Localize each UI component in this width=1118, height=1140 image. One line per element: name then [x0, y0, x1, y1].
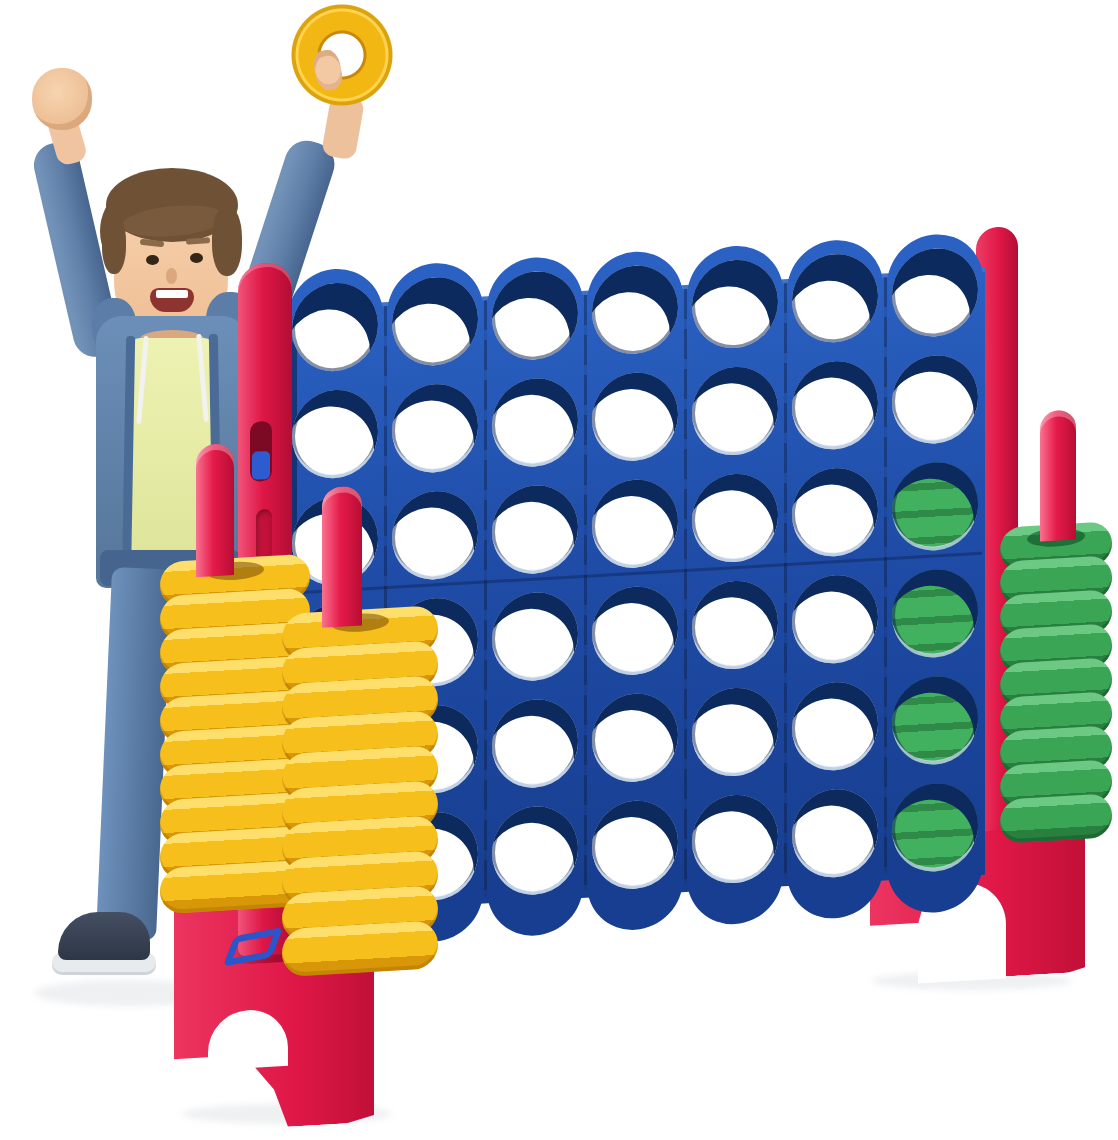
board-hole-r2c1	[292, 387, 378, 480]
connect-four-game-set	[0, 0, 1118, 1140]
ring-storage-post-center	[322, 486, 362, 628]
board-hole-r1c1	[292, 280, 378, 373]
board-divider-2	[484, 300, 487, 896]
ring-storage-post-left	[196, 443, 234, 577]
board-hole-r2c7	[892, 353, 978, 446]
board-hole-r5c3	[492, 697, 578, 790]
board-hole-r6c6	[792, 786, 878, 879]
blue-latch-top	[252, 451, 270, 480]
green-ring	[1000, 793, 1112, 843]
board-hole-r4c6	[792, 572, 878, 665]
board-hole-r6c4	[592, 798, 678, 891]
board-hole-r3c4	[592, 477, 678, 570]
board-hole-r5c5	[692, 685, 778, 778]
board-hole-r3c7	[892, 460, 978, 553]
board-hole-r3c2	[392, 488, 478, 581]
board-divider-6	[884, 277, 887, 873]
board-hole-r3c5	[692, 471, 778, 564]
board-hole-r1c4	[592, 263, 678, 356]
board-hole-r3c6	[792, 465, 878, 558]
board-hole-r5c6	[792, 679, 878, 772]
board-hole-r4c4	[592, 584, 678, 677]
board-hole-r6c7	[892, 781, 978, 874]
yellow-ring-stack-center	[282, 605, 438, 977]
board-hole-r2c3	[492, 376, 578, 469]
board-hole-r3c3	[492, 483, 578, 576]
ring-storage-post-right	[1040, 409, 1076, 541]
board-hole-r2c2	[392, 381, 478, 474]
board-divider-4	[684, 289, 687, 885]
board-hole-r1c7	[892, 246, 978, 339]
board-hole-r4c3	[492, 590, 578, 683]
board-hole-r6c3	[492, 804, 578, 897]
board-divider-3	[584, 295, 587, 891]
yellow-ring	[282, 920, 438, 977]
product-photo-scene	[0, 0, 1118, 1140]
board-hole-r1c2	[392, 274, 478, 367]
board-hole-r6c5	[692, 792, 778, 885]
green-ring-stack-right	[1000, 521, 1112, 843]
board-hole-r2c6	[792, 358, 878, 451]
board-hole-r4c7	[892, 567, 978, 660]
board-hole-r4c5	[692, 578, 778, 671]
board-hole-r5c4	[592, 691, 678, 784]
board-hole-r1c5	[692, 257, 778, 350]
board-hole-r2c4	[592, 370, 678, 463]
board-hole-r1c6	[792, 251, 878, 344]
board-hole-r5c7	[892, 674, 978, 767]
board-hole-r1c3	[492, 269, 578, 362]
board-hole-r2c5	[692, 364, 778, 457]
board-divider-5	[784, 283, 787, 879]
